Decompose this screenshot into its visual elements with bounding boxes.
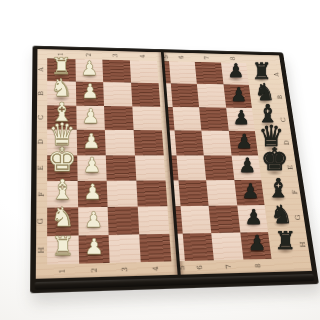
square-h1[interactable] [47,235,79,264]
square-d7[interactable] [201,131,231,155]
square-g7[interactable] [209,206,240,233]
file-label-text: A [274,73,281,77]
square-e3[interactable] [106,155,136,181]
square-d1[interactable] [47,130,77,155]
rank-label-1-front: 1 [47,264,79,279]
rank-label-text: 4 [152,266,160,271]
file-label-e-left: E [37,155,48,181]
rank-label-text: 2 [91,268,99,273]
square-e1[interactable] [47,155,77,181]
square-a2[interactable] [75,59,103,82]
square-g4[interactable] [138,206,169,234]
square-b3[interactable] [103,82,132,106]
square-h8[interactable] [240,232,272,260]
square-a6[interactable] [169,61,197,84]
rank-label-text: 8 [230,57,237,61]
square-g1[interactable] [47,208,78,236]
square-d8[interactable] [229,131,259,155]
square-h7[interactable] [211,232,243,260]
square-c2[interactable] [76,105,105,130]
rank-label-text: 7 [204,56,211,60]
square-c7[interactable] [199,107,228,131]
square-f3[interactable] [107,180,138,207]
square-g6[interactable] [180,206,211,233]
square-a1[interactable] [47,58,75,82]
rank-label-text: 3 [113,54,120,58]
file-label-a-left: A [37,58,47,81]
file-label-c-right: C [278,108,291,131]
file-label-text: H [299,241,307,247]
file-label-text: F [38,192,46,197]
file-label-g-right: G [292,205,305,231]
square-h6[interactable] [182,233,214,261]
file-label-a-right: A [272,64,284,86]
square-b7[interactable] [197,84,226,107]
square-a8[interactable] [221,63,249,86]
square-c3[interactable] [104,106,133,130]
square-f7[interactable] [206,180,237,206]
square-b8[interactable] [223,85,252,108]
file-label-h-right: H [296,231,310,258]
square-a7[interactable] [195,62,223,85]
square-b2[interactable] [75,82,104,106]
rank-label-text: 7 [225,264,233,269]
square-a3[interactable] [103,60,131,83]
file-label-text: C [281,117,288,122]
rank-label-text: 1 [58,52,65,56]
rank-label-text: 2 [85,53,92,57]
file-label-d-left: D [37,130,47,155]
file-label-e-right: E [285,155,298,180]
file-label-f-left: F [36,181,47,208]
square-e4[interactable] [135,155,165,181]
product-photo-stage: ABCDEFGH11223344 ABCDEFGH55667788 ♜♞♝♛♚♝… [0,0,320,320]
rank-label-7-front: 7 [214,260,245,274]
rank-label-text: 5 [163,55,168,59]
file-label-text: A [39,67,46,71]
square-b6[interactable] [170,84,199,107]
rank-label-text: 4 [140,54,147,58]
square-g3[interactable] [108,207,139,235]
board-right-half: ABCDEFGH55667788 [163,52,312,274]
rank-label-6-front: 6 [184,260,215,274]
square-d2[interactable] [76,130,106,155]
file-label-text: E [288,165,295,170]
file-label-text: F [292,190,299,195]
square-b4[interactable] [131,83,160,107]
square-a4[interactable] [130,60,158,83]
rank-label-text: 1 [59,269,67,274]
square-d4[interactable] [133,130,163,155]
file-label-c-left: C [37,105,47,130]
square-f2[interactable] [77,181,108,208]
file-label-text: E [38,165,45,170]
rank-label-text: 5 [179,265,185,270]
square-c4[interactable] [132,106,161,130]
board-frame: ABCDEFGH11223344 ABCDEFGH55667788 [30,46,319,294]
rank-label-3-front: 3 [110,262,141,277]
rank-label-text: 6 [196,265,204,270]
square-h2[interactable] [78,235,110,264]
file-label-text: G [295,215,303,220]
square-f4[interactable] [136,180,167,206]
square-e7[interactable] [204,155,234,180]
file-label-b-left: B [37,81,47,105]
square-c8[interactable] [226,107,255,131]
file-label-text: C [38,115,45,120]
square-b1[interactable] [47,81,76,105]
file-label-b-right: B [275,86,287,109]
square-g8[interactable] [237,205,268,232]
square-f8[interactable] [234,180,265,206]
file-label-g-left: G [36,208,47,236]
file-label-d-right: D [282,131,295,155]
file-label-text: H [38,247,46,254]
square-f1[interactable] [47,181,78,208]
file-label-text: D [284,141,291,146]
rank-label-2-front: 2 [79,263,111,278]
file-label-text: B [278,95,285,99]
square-g2[interactable] [78,207,109,235]
file-label-text: B [39,91,46,96]
file-label-text: G [38,219,46,225]
rank-label-8-front: 8 [243,259,273,273]
rank-label-text: 3 [122,267,130,272]
square-e2[interactable] [77,155,107,181]
square-h4[interactable] [139,233,171,262]
square-h3[interactable] [109,234,141,263]
rank-label-text: 6 [178,55,185,59]
rank-label-4-front: 4 [141,261,172,275]
chess-board: ABCDEFGH11223344 ABCDEFGH55667788 [30,46,319,294]
file-label-text: D [38,139,45,144]
square-e6[interactable] [176,155,206,180]
rank-label-text: 8 [255,263,263,268]
file-label-h-left: H [36,236,47,265]
square-d6[interactable] [174,130,204,155]
square-c6[interactable] [172,107,201,131]
square-c1[interactable] [47,105,76,130]
file-label-f-right: F [289,180,302,205]
square-e8[interactable] [231,155,261,180]
square-f6[interactable] [178,180,209,206]
board-left-half: ABCDEFGH11223344 [36,49,177,279]
square-d3[interactable] [105,130,135,155]
